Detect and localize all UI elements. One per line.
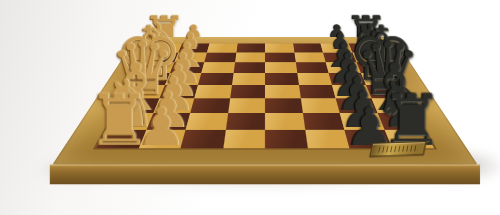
square-g4[interactable] <box>235 52 265 62</box>
square-d5[interactable] <box>265 85 300 98</box>
piece-white-pawn-a2[interactable]: ♟ <box>97 44 224 156</box>
plaque-engraving <box>378 145 418 152</box>
square-d4[interactable] <box>230 85 265 98</box>
square-b4[interactable] <box>225 113 265 130</box>
square-b5[interactable] <box>265 113 305 130</box>
square-e5[interactable] <box>265 73 299 85</box>
square-f5[interactable] <box>265 62 297 73</box>
square-c5[interactable] <box>265 98 302 113</box>
square-a5[interactable] <box>265 130 307 149</box>
brass-plaque <box>369 141 426 157</box>
square-f4[interactable] <box>233 62 265 73</box>
board-grid: ♜♟♟♜♞♟♟♞♝♟♟♝♚♟♟♚♛♟♟♛♝♟♟♝♞♟♟♞♜♟♟♜ <box>96 43 434 148</box>
square-e4[interactable] <box>232 73 266 85</box>
square-h4[interactable] <box>236 43 265 52</box>
chess-set-photo: ♜♟♟♜♞♟♟♞♝♟♟♝♚♟♟♚♛♟♟♛♝♟♟♝♞♟♟♞♜♟♟♜ <box>0 0 500 215</box>
square-a2[interactable]: ♟ <box>138 130 185 149</box>
board-front-edge <box>50 165 480 185</box>
square-a4[interactable] <box>223 130 265 149</box>
square-g5[interactable] <box>265 52 295 62</box>
square-h5[interactable] <box>265 43 294 52</box>
piece-black-rook-a8[interactable]: ♜ <box>348 44 475 156</box>
square-c4[interactable] <box>228 98 265 113</box>
